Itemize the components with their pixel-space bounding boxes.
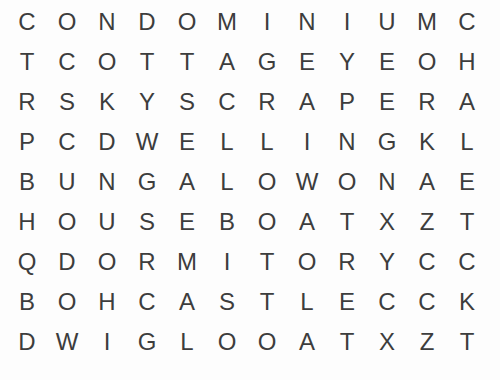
grid-cell-r9c2[interactable]: W [47,322,87,362]
grid-cell-r3c6[interactable]: C [207,82,247,122]
grid-cell-r7c6[interactable]: I [207,242,247,282]
grid-cell-r4c9[interactable]: N [327,122,367,162]
grid-cell-r9c4[interactable]: G [127,322,167,362]
grid-cell-r3c10[interactable]: E [367,82,407,122]
grid-cell-r7c11[interactable]: C [407,242,447,282]
grid-cell-r5c9[interactable]: O [327,162,367,202]
grid-cell-r1c10[interactable]: U [367,2,407,42]
grid-cell-r1c1[interactable]: C [7,2,47,42]
grid-cell-r9c8[interactable]: A [287,322,327,362]
grid-cell-r5c5[interactable]: A [167,162,207,202]
grid-cell-r1c2[interactable]: O [47,2,87,42]
grid-cell-r5c10[interactable]: N [367,162,407,202]
grid-cell-r7c9[interactable]: R [327,242,367,282]
grid-cell-r4c10[interactable]: G [367,122,407,162]
grid-cell-r8c2[interactable]: O [47,282,87,322]
grid-cell-r6c5[interactable]: E [167,202,207,242]
grid-cell-r2c1[interactable]: T [7,42,47,82]
grid-cell-r2c11[interactable]: O [407,42,447,82]
grid-cell-r4c2[interactable]: C [47,122,87,162]
grid-cell-r8c6[interactable]: S [207,282,247,322]
grid-cell-r7c10[interactable]: Y [367,242,407,282]
grid-cell-r9c11[interactable]: Z [407,322,447,362]
grid-cell-r1c6[interactable]: M [207,2,247,42]
grid-cell-r4c11[interactable]: K [407,122,447,162]
grid-cell-r5c11[interactable]: A [407,162,447,202]
grid-cell-r5c8[interactable]: W [287,162,327,202]
grid-cell-r7c7[interactable]: T [247,242,287,282]
grid-cell-r1c3[interactable]: N [87,2,127,42]
grid-cell-r2c12[interactable]: H [447,42,487,82]
grid-cell-r3c11[interactable]: R [407,82,447,122]
grid-cell-r6c11[interactable]: Z [407,202,447,242]
grid-cell-r5c7[interactable]: O [247,162,287,202]
grid-cell-r3c2[interactable]: S [47,82,87,122]
grid-cell-r8c9[interactable]: E [327,282,367,322]
grid-cell-r1c11[interactable]: M [407,2,447,42]
grid-cell-r1c9[interactable]: I [327,2,367,42]
grid-cell-r5c1[interactable]: B [7,162,47,202]
grid-cell-r2c6[interactable]: A [207,42,247,82]
grid-cell-r3c4[interactable]: Y [127,82,167,122]
grid-cell-r3c12[interactable]: A [447,82,487,122]
grid-cell-r8c10[interactable]: C [367,282,407,322]
grid-cell-r4c12[interactable]: L [447,122,487,162]
grid-cell-r9c12[interactable]: T [447,322,487,362]
grid-cell-r4c4[interactable]: W [127,122,167,162]
grid-cell-r8c11[interactable]: C [407,282,447,322]
grid-cell-r6c9[interactable]: T [327,202,367,242]
grid-cell-r7c12[interactable]: C [447,242,487,282]
grid-cell-r4c3[interactable]: D [87,122,127,162]
grid-cell-r9c7[interactable]: O [247,322,287,362]
grid-cell-r5c4[interactable]: G [127,162,167,202]
grid-cell-r8c4[interactable]: C [127,282,167,322]
grid-cell-r6c7[interactable]: O [247,202,287,242]
grid-cell-r7c5[interactable]: M [167,242,207,282]
grid-cell-r9c6[interactable]: O [207,322,247,362]
grid-cell-r2c10[interactable]: E [367,42,407,82]
grid-cell-r3c1[interactable]: R [7,82,47,122]
grid-cell-r8c8[interactable]: L [287,282,327,322]
grid-cell-r2c4[interactable]: T [127,42,167,82]
grid-cell-r7c2[interactable]: D [47,242,87,282]
grid-cell-r2c2[interactable]: C [47,42,87,82]
grid-cell-r3c5[interactable]: S [167,82,207,122]
grid-cell-r4c7[interactable]: L [247,122,287,162]
grid-cell-r6c1[interactable]: H [7,202,47,242]
grid-cell-r6c10[interactable]: X [367,202,407,242]
grid-cell-r1c8[interactable]: N [287,2,327,42]
grid-cell-r6c4[interactable]: S [127,202,167,242]
grid-cell-r7c1[interactable]: Q [7,242,47,282]
grid-cell-r4c6[interactable]: L [207,122,247,162]
grid-cell-r2c7[interactable]: G [247,42,287,82]
grid-cell-r8c5[interactable]: A [167,282,207,322]
grid-cell-r6c2[interactable]: O [47,202,87,242]
grid-cell-r9c9[interactable]: T [327,322,367,362]
grid-cell-r2c8[interactable]: E [287,42,327,82]
grid-cell-r3c3[interactable]: K [87,82,127,122]
grid-cell-r4c8[interactable]: I [287,122,327,162]
grid-cell-r6c3[interactable]: U [87,202,127,242]
grid-cell-r2c9[interactable]: Y [327,42,367,82]
grid-cell-r9c3[interactable]: I [87,322,127,362]
grid-cell-r5c12[interactable]: E [447,162,487,202]
grid-cell-r7c8[interactable]: O [287,242,327,282]
grid-cell-r9c5[interactable]: L [167,322,207,362]
grid-cell-r5c2[interactable]: U [47,162,87,202]
grid-cell-r1c7[interactable]: I [247,2,287,42]
grid-cell-r6c8[interactable]: A [287,202,327,242]
grid-cell-r8c3[interactable]: H [87,282,127,322]
grid-cell-r4c5[interactable]: E [167,122,207,162]
grid-cell-r3c7[interactable]: R [247,82,287,122]
grid-cell-r7c4[interactable]: R [127,242,167,282]
grid-cell-r9c10[interactable]: X [367,322,407,362]
grid-cell-r7c3[interactable]: O [87,242,127,282]
grid-cell-r8c7[interactable]: T [247,282,287,322]
grid-cell-r8c12[interactable]: K [447,282,487,322]
grid-cell-r3c8[interactable]: A [287,82,327,122]
grid-cell-r6c12[interactable]: T [447,202,487,242]
grid-cell-r9c1[interactable]: D [7,322,47,362]
grid-cell-r2c3[interactable]: O [87,42,127,82]
grid-cell-r1c4[interactable]: D [127,2,167,42]
grid-cell-r8c1[interactable]: B [7,282,47,322]
grid-cell-r1c5[interactable]: O [167,2,207,42]
grid-cell-r2c5[interactable]: T [167,42,207,82]
grid-cell-r5c6[interactable]: L [207,162,247,202]
grid-cell-r4c1[interactable]: P [7,122,47,162]
word-search-grid: CONDOMINIUMCTCOTTAGEYEOHRSKYSCRAPERAPCDW… [7,2,487,362]
grid-cell-r6c6[interactable]: B [207,202,247,242]
word-search-puzzle: CONDOMINIUMCTCOTTAGEYEOHRSKYSCRAPERAPCDW… [0,0,500,380]
grid-cell-r5c3[interactable]: N [87,162,127,202]
grid-cell-r3c9[interactable]: P [327,82,367,122]
grid-cell-r1c12[interactable]: C [447,2,487,42]
